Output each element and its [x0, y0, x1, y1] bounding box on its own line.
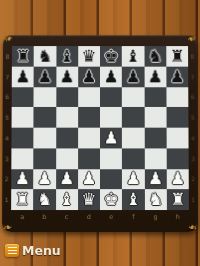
- piece-white-pawn: ♟: [126, 171, 141, 188]
- piece-white-bishop: ♝: [126, 191, 141, 208]
- square-e7[interactable]: ♟: [100, 66, 122, 86]
- piece-black-pawn: ♟: [103, 68, 118, 85]
- square-d4[interactable]: [78, 128, 100, 149]
- square-d2[interactable]: ♟: [78, 169, 100, 190]
- hamburger-menu-icon: [5, 244, 19, 257]
- square-a1[interactable]: ♜: [11, 189, 33, 210]
- square-f4[interactable]: [122, 128, 144, 149]
- square-b8[interactable]: ♞: [34, 46, 56, 66]
- square-e8[interactable]: ♚: [100, 46, 122, 66]
- square-e4[interactable]: ♟: [100, 128, 122, 149]
- frame-ornament-bottom-right-icon: ❧: [187, 221, 198, 233]
- piece-white-pawn: ♟: [37, 171, 52, 188]
- square-f5[interactable]: [122, 107, 144, 127]
- frame-ornament-top-left-icon: ❧: [3, 33, 14, 45]
- rank-label-4-right: 4: [189, 128, 196, 149]
- rank-label-4-left: 4: [3, 128, 10, 149]
- piece-black-bishop: ♝: [125, 48, 140, 65]
- piece-black-pawn: ♟: [148, 68, 163, 85]
- square-h4[interactable]: [166, 128, 188, 149]
- piece-white-pawn: ♟: [148, 171, 163, 188]
- square-c8[interactable]: ♝: [56, 46, 78, 66]
- square-a3[interactable]: [11, 148, 33, 169]
- square-h5[interactable]: [166, 107, 188, 127]
- frame-ornament-bottom-left-icon: ❧: [2, 221, 13, 233]
- square-g2[interactable]: ♟: [144, 169, 166, 190]
- square-g6[interactable]: [144, 87, 166, 107]
- rank-label-6-left: 6: [4, 87, 11, 107]
- square-g4[interactable]: [144, 128, 166, 149]
- piece-white-knight: ♞: [148, 191, 163, 208]
- square-f8[interactable]: ♝: [122, 46, 144, 66]
- rank-label-3-left: 3: [3, 148, 10, 169]
- square-h6[interactable]: [166, 87, 188, 107]
- square-d7[interactable]: ♟: [78, 66, 100, 86]
- rank-label-7-right: 7: [189, 66, 196, 86]
- square-b2[interactable]: ♟: [33, 169, 55, 190]
- square-g3[interactable]: [144, 148, 166, 169]
- piece-black-queen: ♛: [81, 48, 96, 65]
- menu-button-label: Menu: [22, 243, 61, 258]
- square-c7[interactable]: ♟: [56, 66, 78, 86]
- file-label-a: a: [11, 213, 33, 223]
- file-label-c: c: [56, 213, 78, 223]
- square-c2[interactable]: ♟: [56, 169, 78, 190]
- rank-label-5-right: 5: [189, 107, 196, 127]
- file-label-f: f: [122, 213, 144, 223]
- piece-black-knight: ♞: [147, 48, 162, 65]
- square-b4[interactable]: [34, 128, 56, 149]
- square-c1[interactable]: ♝: [56, 189, 78, 210]
- square-c4[interactable]: [56, 128, 78, 149]
- piece-black-king: ♚: [103, 48, 118, 65]
- square-b3[interactable]: [33, 148, 55, 169]
- file-labels-bottom: abcdefgh: [11, 213, 189, 223]
- square-d1[interactable]: ♛: [78, 189, 100, 210]
- rank-label-1-left: 1: [3, 189, 10, 210]
- piece-white-bishop: ♝: [59, 191, 74, 208]
- square-e5[interactable]: [100, 107, 122, 127]
- file-label-h: h: [167, 213, 189, 223]
- square-h1[interactable]: ♜: [167, 189, 189, 210]
- square-h8[interactable]: ♜: [166, 46, 188, 66]
- square-f1[interactable]: ♝: [122, 189, 144, 210]
- rank-labels-left: 87654321: [3, 46, 11, 210]
- square-b7[interactable]: ♟: [34, 66, 56, 86]
- square-c5[interactable]: [56, 107, 78, 127]
- square-a2[interactable]: ♟: [11, 169, 33, 190]
- file-label-d: d: [78, 213, 100, 223]
- square-a8[interactable]: ♜: [12, 46, 34, 66]
- square-d8[interactable]: ♛: [78, 46, 100, 66]
- square-h3[interactable]: [166, 148, 188, 169]
- piece-white-pawn: ♟: [170, 171, 185, 188]
- square-f3[interactable]: [122, 148, 144, 169]
- piece-white-pawn: ♟: [59, 171, 74, 188]
- piece-black-pawn: ♟: [15, 68, 30, 85]
- piece-black-pawn: ♟: [170, 68, 185, 85]
- square-b6[interactable]: [34, 87, 56, 107]
- file-label-e: e: [100, 213, 122, 223]
- menu-button[interactable]: Menu: [5, 243, 61, 258]
- piece-white-queen: ♛: [81, 191, 96, 208]
- rank-label-6-right: 6: [189, 87, 196, 107]
- square-f2[interactable]: ♟: [122, 169, 144, 190]
- square-g5[interactable]: [144, 107, 166, 127]
- frame-ornament-top-right-icon: ❧: [186, 33, 197, 45]
- piece-black-knight: ♞: [37, 48, 52, 65]
- square-b1[interactable]: ♞: [33, 189, 55, 210]
- square-d3[interactable]: [78, 148, 100, 169]
- piece-white-pawn: ♟: [103, 130, 118, 147]
- piece-black-rook: ♜: [15, 48, 30, 65]
- rank-label-2-left: 2: [3, 169, 10, 190]
- piece-white-pawn: ♟: [15, 171, 30, 188]
- square-g1[interactable]: ♞: [144, 189, 166, 210]
- piece-black-bishop: ♝: [59, 48, 74, 65]
- square-a7[interactable]: ♟: [12, 66, 34, 86]
- square-d6[interactable]: [78, 87, 100, 107]
- file-label-g: g: [144, 213, 166, 223]
- rank-label-2-right: 2: [190, 169, 197, 190]
- square-c3[interactable]: [56, 148, 78, 169]
- square-c6[interactable]: [56, 87, 78, 107]
- board: ♜♞♝♛♚♝♞♜♟♟♟♟♟♟♟♟♟♟♟♟♟♟♟♟♜♞♝♛♚♝♞♜: [11, 46, 189, 210]
- square-e1[interactable]: ♚: [100, 189, 122, 210]
- rank-labels-right: 87654321: [189, 46, 197, 210]
- rank-label-8-right: 8: [189, 46, 196, 66]
- rank-label-3-right: 3: [190, 148, 197, 169]
- square-f6[interactable]: [122, 87, 144, 107]
- square-g7[interactable]: ♟: [144, 66, 166, 86]
- piece-white-king: ♚: [103, 191, 118, 208]
- piece-black-pawn: ♟: [37, 68, 52, 85]
- file-label-b: b: [33, 213, 55, 223]
- square-a6[interactable]: [12, 87, 34, 107]
- chess-app-screen: ❧ ❧ ❧ ❧ 87654321 ♜♞♝♛♚♝♞♜♟♟♟♟♟♟♟♟♟♟♟♟♟♟♟…: [0, 0, 200, 266]
- square-a4[interactable]: [11, 128, 33, 149]
- square-e3[interactable]: [100, 148, 122, 169]
- square-h2[interactable]: ♟: [167, 169, 189, 190]
- square-g8[interactable]: ♞: [144, 46, 166, 66]
- square-f7[interactable]: ♟: [122, 66, 144, 86]
- piece-black-pawn: ♟: [81, 68, 96, 85]
- piece-white-pawn: ♟: [81, 171, 96, 188]
- piece-black-pawn: ♟: [59, 68, 74, 85]
- piece-black-rook: ♜: [169, 48, 184, 65]
- board-frame: ❧ ❧ ❧ ❧ 87654321 ♜♞♝♛♚♝♞♜♟♟♟♟♟♟♟♟♟♟♟♟♟♟♟…: [2, 35, 198, 232]
- square-e6[interactable]: [100, 87, 122, 107]
- piece-white-rook: ♜: [15, 191, 30, 208]
- square-d5[interactable]: [78, 107, 100, 127]
- rank-label-7-left: 7: [4, 66, 11, 86]
- rank-label-1-right: 1: [190, 189, 197, 210]
- rank-label-5-left: 5: [4, 107, 11, 127]
- square-b5[interactable]: [34, 107, 56, 127]
- piece-white-rook: ♜: [170, 191, 185, 208]
- square-e2[interactable]: [100, 169, 122, 190]
- square-h7[interactable]: ♟: [166, 66, 188, 86]
- rank-label-8-left: 8: [4, 46, 11, 66]
- square-a5[interactable]: [12, 107, 34, 127]
- piece-black-pawn: ♟: [126, 68, 141, 85]
- piece-white-knight: ♞: [37, 191, 52, 208]
